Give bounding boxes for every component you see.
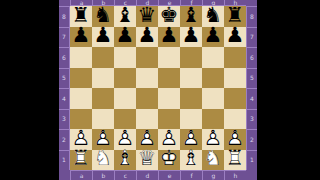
white-pawn-outline: ♙	[114, 127, 136, 150]
square-f1[interactable]: ♝♗	[180, 150, 202, 171]
square-a6[interactable]	[70, 47, 92, 68]
white-queen: ♛	[136, 148, 158, 171]
white-pawn: ♟	[92, 127, 114, 150]
white-pawn-outline: ♙	[224, 127, 246, 150]
white-pawn: ♟	[224, 127, 246, 150]
white-pawn-outline: ♙	[202, 127, 224, 150]
square-c2[interactable]: ♟♙	[114, 129, 136, 150]
square-d4[interactable]	[136, 88, 158, 109]
square-b5[interactable]	[92, 68, 114, 89]
rank-label-2-left: 2	[59, 129, 70, 150]
black-rook: ♜	[224, 4, 246, 27]
square-e3[interactable]	[158, 109, 180, 130]
square-d7[interactable]: ♟	[136, 27, 158, 48]
white-pawn-outline: ♙	[158, 127, 180, 150]
white-knight: ♞	[202, 148, 224, 171]
black-pawn: ♟	[202, 25, 224, 48]
white-pawn: ♟	[180, 127, 202, 150]
rank-label-5-right: 5	[246, 68, 257, 89]
square-f6[interactable]	[180, 47, 202, 68]
app-background: abcdefgh8♜♞♝♛♚♝♞♜87♟♟♟♟♟♟♟♟7665544332♟♙♟…	[0, 0, 320, 180]
rank-label-6-left: 6	[59, 47, 70, 68]
white-rook-outline: ♖	[224, 148, 246, 171]
black-bishop: ♝	[180, 4, 202, 27]
black-pawn: ♟	[70, 25, 92, 48]
black-pawn: ♟	[114, 25, 136, 48]
file-label-c-bottom: c	[114, 170, 136, 180]
white-bishop-outline: ♗	[180, 148, 202, 171]
square-a7[interactable]: ♟	[70, 27, 92, 48]
white-knight: ♞	[92, 148, 114, 171]
white-king-outline: ♔	[158, 148, 180, 171]
file-label-b-bottom: b	[92, 170, 114, 180]
square-e5[interactable]	[158, 68, 180, 89]
square-d5[interactable]	[136, 68, 158, 89]
square-b2[interactable]: ♟♙	[92, 129, 114, 150]
square-c6[interactable]	[114, 47, 136, 68]
square-a1[interactable]: ♜♖	[70, 150, 92, 171]
square-h7[interactable]: ♟	[224, 27, 246, 48]
white-pawn: ♟	[158, 127, 180, 150]
square-g7[interactable]: ♟	[202, 27, 224, 48]
square-f2[interactable]: ♟♙	[180, 129, 202, 150]
black-pawn: ♟	[136, 25, 158, 48]
square-a4[interactable]	[70, 88, 92, 109]
white-pawn-outline: ♙	[92, 127, 114, 150]
square-h4[interactable]	[224, 88, 246, 109]
square-c4[interactable]	[114, 88, 136, 109]
rank-label-1-right: 1	[246, 150, 257, 171]
black-pawn: ♟	[92, 25, 114, 48]
square-e2[interactable]: ♟♙	[158, 129, 180, 150]
board-corner	[59, 170, 70, 180]
square-f4[interactable]	[180, 88, 202, 109]
square-g6[interactable]	[202, 47, 224, 68]
white-pawn: ♟	[136, 127, 158, 150]
black-pawn: ♟	[180, 25, 202, 48]
white-bishop: ♝	[114, 148, 136, 171]
square-c7[interactable]: ♟	[114, 27, 136, 48]
white-pawn: ♟	[70, 127, 92, 150]
rank-label-7-right: 7	[246, 27, 257, 48]
square-g3[interactable]	[202, 109, 224, 130]
black-queen: ♛	[136, 4, 158, 27]
black-pawn: ♟	[224, 25, 246, 48]
rank-label-4-left: 4	[59, 88, 70, 109]
square-h2[interactable]: ♟♙	[224, 129, 246, 150]
white-king: ♚	[158, 148, 180, 171]
white-pawn-outline: ♙	[70, 127, 92, 150]
square-f8[interactable]: ♝	[180, 6, 202, 27]
square-h6[interactable]	[224, 47, 246, 68]
black-pawn: ♟	[158, 25, 180, 48]
white-pawn: ♟	[114, 127, 136, 150]
rank-label-6-right: 6	[246, 47, 257, 68]
square-e7[interactable]: ♟	[158, 27, 180, 48]
square-b8[interactable]: ♞	[92, 6, 114, 27]
square-d1[interactable]: ♛♕	[136, 150, 158, 171]
square-h8[interactable]: ♜	[224, 6, 246, 27]
white-queen-outline: ♕	[136, 148, 158, 171]
square-d8[interactable]: ♛	[136, 6, 158, 27]
square-h5[interactable]	[224, 68, 246, 89]
white-knight-outline: ♘	[92, 148, 114, 171]
white-pawn-outline: ♙	[180, 127, 202, 150]
square-b4[interactable]	[92, 88, 114, 109]
square-h1[interactable]: ♜♖	[224, 150, 246, 171]
square-c5[interactable]	[114, 68, 136, 89]
rank-label-1-left: 1	[59, 150, 70, 171]
white-knight-outline: ♘	[202, 148, 224, 171]
white-rook-outline: ♖	[70, 148, 92, 171]
square-a8[interactable]: ♜	[70, 6, 92, 27]
white-bishop-outline: ♗	[114, 148, 136, 171]
square-g8[interactable]: ♞	[202, 6, 224, 27]
square-f5[interactable]	[180, 68, 202, 89]
black-king: ♚	[158, 4, 180, 27]
square-a3[interactable]	[70, 109, 92, 130]
board-corner	[246, 170, 257, 180]
chessboard: abcdefgh8♜♞♝♛♚♝♞♜87♟♟♟♟♟♟♟♟7665544332♟♙♟…	[59, 0, 257, 180]
rank-label-2-right: 2	[246, 129, 257, 150]
black-bishop: ♝	[114, 4, 136, 27]
square-f7[interactable]: ♟	[180, 27, 202, 48]
file-label-e-bottom: e	[158, 170, 180, 180]
square-e4[interactable]	[158, 88, 180, 109]
rank-label-7-left: 7	[59, 27, 70, 48]
square-b3[interactable]	[92, 109, 114, 130]
square-c3[interactable]	[114, 109, 136, 130]
rank-label-5-left: 5	[59, 68, 70, 89]
square-g5[interactable]	[202, 68, 224, 89]
square-g2[interactable]: ♟♙	[202, 129, 224, 150]
square-b1[interactable]: ♞♘	[92, 150, 114, 171]
white-rook: ♜	[70, 148, 92, 171]
square-e8[interactable]: ♚	[158, 6, 180, 27]
square-a2[interactable]: ♟♙	[70, 129, 92, 150]
square-c8[interactable]: ♝	[114, 6, 136, 27]
square-g1[interactable]: ♞♘	[202, 150, 224, 171]
file-label-f-bottom: f	[180, 170, 202, 180]
square-d2[interactable]: ♟♙	[136, 129, 158, 150]
square-d6[interactable]	[136, 47, 158, 68]
square-e1[interactable]: ♚♔	[158, 150, 180, 171]
rank-label-8-right: 8	[246, 6, 257, 27]
square-b7[interactable]: ♟	[92, 27, 114, 48]
black-knight: ♞	[92, 4, 114, 27]
square-h3[interactable]	[224, 109, 246, 130]
rank-label-4-right: 4	[246, 88, 257, 109]
square-a5[interactable]	[70, 68, 92, 89]
black-rook: ♜	[70, 4, 92, 27]
file-label-d-bottom: d	[136, 170, 158, 180]
rank-label-3-left: 3	[59, 109, 70, 130]
square-b6[interactable]	[92, 47, 114, 68]
rank-label-3-right: 3	[246, 109, 257, 130]
file-label-a-bottom: a	[70, 170, 92, 180]
square-d3[interactable]	[136, 109, 158, 130]
square-c1[interactable]: ♝♗	[114, 150, 136, 171]
square-f3[interactable]	[180, 109, 202, 130]
rank-label-8-left: 8	[59, 6, 70, 27]
file-label-g-bottom: g	[202, 170, 224, 180]
square-g4[interactable]	[202, 88, 224, 109]
black-knight: ♞	[202, 4, 224, 27]
white-pawn-outline: ♙	[136, 127, 158, 150]
white-pawn: ♟	[202, 127, 224, 150]
square-e6[interactable]	[158, 47, 180, 68]
file-label-h-bottom: h	[224, 170, 246, 180]
white-bishop: ♝	[180, 148, 202, 171]
white-rook: ♜	[224, 148, 246, 171]
